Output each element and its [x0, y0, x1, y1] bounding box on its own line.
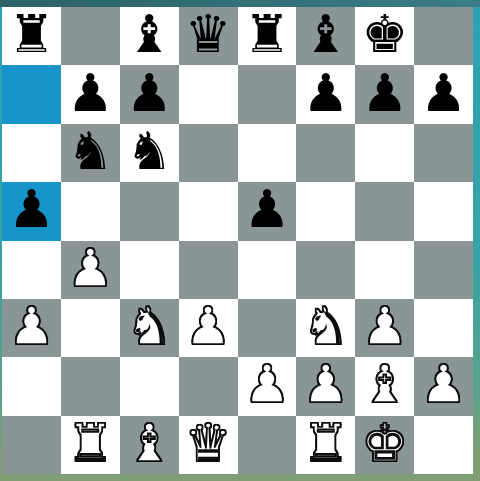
square-h8[interactable] [414, 7, 473, 65]
black-pawn[interactable]: ♟ [244, 183, 291, 235]
square-f2[interactable]: ♟ [296, 357, 355, 415]
square-g5[interactable] [355, 182, 414, 240]
square-c6[interactable]: ♞ [120, 124, 179, 182]
square-a2[interactable] [2, 357, 61, 415]
square-d5[interactable] [179, 182, 238, 240]
square-b3[interactable] [61, 299, 120, 357]
square-c4[interactable] [120, 241, 179, 299]
square-a1[interactable] [2, 416, 61, 474]
square-a7[interactable] [2, 65, 61, 123]
white-pawn[interactable]: ♟ [185, 300, 232, 352]
black-knight[interactable]: ♞ [126, 125, 173, 177]
square-a3[interactable]: ♟ [2, 299, 61, 357]
square-d6[interactable] [179, 124, 238, 182]
white-bishop[interactable]: ♝ [361, 358, 408, 410]
square-g8[interactable]: ♚ [355, 7, 414, 65]
square-e3[interactable] [238, 299, 297, 357]
square-f4[interactable] [296, 241, 355, 299]
white-pawn[interactable]: ♟ [420, 358, 467, 410]
square-b8[interactable] [61, 7, 120, 65]
square-b7[interactable]: ♟ [61, 65, 120, 123]
black-king[interactable]: ♚ [361, 8, 408, 60]
white-rook[interactable]: ♜ [303, 417, 350, 469]
black-rook[interactable]: ♜ [244, 8, 291, 60]
white-king[interactable]: ♚ [361, 417, 408, 469]
square-e7[interactable] [238, 65, 297, 123]
square-f5[interactable] [296, 182, 355, 240]
square-f6[interactable] [296, 124, 355, 182]
square-c8[interactable]: ♝ [120, 7, 179, 65]
white-pawn[interactable]: ♟ [8, 300, 55, 352]
square-h6[interactable] [414, 124, 473, 182]
square-a5[interactable]: ♟ [2, 182, 61, 240]
black-bishop[interactable]: ♝ [126, 8, 173, 60]
square-e5[interactable]: ♟ [238, 182, 297, 240]
square-e6[interactable] [238, 124, 297, 182]
square-g3[interactable]: ♟ [355, 299, 414, 357]
square-e4[interactable] [238, 241, 297, 299]
chess-board: ♜♝♛♜♝♚♟♟♟♟♟♞♞♟♟♟♟♞♟♞♟♟♟♝♟♜♝♛♜♚ [2, 7, 473, 474]
black-pawn[interactable]: ♟ [420, 67, 467, 119]
white-pawn[interactable]: ♟ [361, 300, 408, 352]
black-pawn[interactable]: ♟ [303, 67, 350, 119]
square-b6[interactable]: ♞ [61, 124, 120, 182]
square-g6[interactable] [355, 124, 414, 182]
square-h7[interactable]: ♟ [414, 65, 473, 123]
white-pawn[interactable]: ♟ [67, 242, 114, 294]
square-f3[interactable]: ♞ [296, 299, 355, 357]
square-d3[interactable]: ♟ [179, 299, 238, 357]
black-pawn[interactable]: ♟ [361, 67, 408, 119]
square-c1[interactable]: ♝ [120, 416, 179, 474]
square-e8[interactable]: ♜ [238, 7, 297, 65]
square-d1[interactable]: ♛ [179, 416, 238, 474]
square-f1[interactable]: ♜ [296, 416, 355, 474]
board-frame: ♜♝♛♜♝♚♟♟♟♟♟♞♞♟♟♟♟♞♟♞♟♟♟♝♟♜♝♛♜♚ [0, 0, 480, 481]
square-h2[interactable]: ♟ [414, 357, 473, 415]
white-queen[interactable]: ♛ [185, 417, 232, 469]
square-f8[interactable]: ♝ [296, 7, 355, 65]
black-pawn[interactable]: ♟ [126, 67, 173, 119]
white-knight[interactable]: ♞ [303, 300, 350, 352]
square-g7[interactable]: ♟ [355, 65, 414, 123]
white-pawn[interactable]: ♟ [244, 358, 291, 410]
black-pawn[interactable]: ♟ [8, 183, 55, 235]
square-g2[interactable]: ♝ [355, 357, 414, 415]
square-b2[interactable] [61, 357, 120, 415]
square-h3[interactable] [414, 299, 473, 357]
square-h5[interactable] [414, 182, 473, 240]
black-knight[interactable]: ♞ [67, 125, 114, 177]
white-pawn[interactable]: ♟ [303, 358, 350, 410]
square-c5[interactable] [120, 182, 179, 240]
black-rook[interactable]: ♜ [8, 8, 55, 60]
square-d8[interactable]: ♛ [179, 7, 238, 65]
square-a4[interactable] [2, 241, 61, 299]
square-c3[interactable]: ♞ [120, 299, 179, 357]
white-rook[interactable]: ♜ [67, 417, 114, 469]
square-h1[interactable] [414, 416, 473, 474]
frame-top-edge [0, 0, 480, 7]
black-queen[interactable]: ♛ [185, 8, 232, 60]
square-h4[interactable] [414, 241, 473, 299]
square-e1[interactable] [238, 416, 297, 474]
square-d4[interactable] [179, 241, 238, 299]
square-a6[interactable] [2, 124, 61, 182]
square-e2[interactable]: ♟ [238, 357, 297, 415]
square-b1[interactable]: ♜ [61, 416, 120, 474]
square-f7[interactable]: ♟ [296, 65, 355, 123]
square-c2[interactable] [120, 357, 179, 415]
square-b5[interactable] [61, 182, 120, 240]
square-c7[interactable]: ♟ [120, 65, 179, 123]
black-bishop[interactable]: ♝ [303, 8, 350, 60]
square-d7[interactable] [179, 65, 238, 123]
square-b4[interactable]: ♟ [61, 241, 120, 299]
white-knight[interactable]: ♞ [126, 300, 173, 352]
white-bishop[interactable]: ♝ [126, 417, 173, 469]
square-a8[interactable]: ♜ [2, 7, 61, 65]
square-g1[interactable]: ♚ [355, 416, 414, 474]
square-d2[interactable] [179, 357, 238, 415]
black-pawn[interactable]: ♟ [67, 67, 114, 119]
square-g4[interactable] [355, 241, 414, 299]
